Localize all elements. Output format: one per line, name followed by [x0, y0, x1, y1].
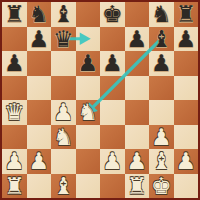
square-g4[interactable]: [149, 100, 174, 125]
piece-white-queen-a4[interactable]: ♛: [4, 100, 25, 125]
square-f2[interactable]: ♟: [125, 149, 150, 174]
square-h4[interactable]: [174, 100, 199, 125]
piece-black-rook-a8[interactable]: ♜: [4, 2, 25, 27]
square-h6[interactable]: [174, 51, 199, 76]
square-e6[interactable]: ♟: [100, 51, 125, 76]
square-e5[interactable]: [100, 76, 125, 101]
piece-white-bishop-g2[interactable]: ♝: [151, 149, 172, 174]
square-g7[interactable]: ♝: [149, 27, 174, 52]
square-h8[interactable]: ♜: [174, 2, 199, 27]
square-a1[interactable]: ♜: [2, 174, 27, 199]
square-c5[interactable]: [51, 76, 76, 101]
square-d6[interactable]: ♟: [76, 51, 101, 76]
square-f1[interactable]: ♜: [125, 174, 150, 199]
square-c3[interactable]: ♞: [51, 125, 76, 150]
square-b3[interactable]: [27, 125, 52, 150]
square-g3[interactable]: ♟: [149, 125, 174, 150]
square-c2[interactable]: [51, 149, 76, 174]
square-d4[interactable]: ♞: [76, 100, 101, 125]
square-d8[interactable]: [76, 2, 101, 27]
square-f4[interactable]: [125, 100, 150, 125]
piece-white-pawn-b2[interactable]: ♟: [28, 149, 49, 174]
square-d1[interactable]: [76, 174, 101, 199]
square-e8[interactable]: ♚: [100, 2, 125, 27]
piece-black-knight-b8[interactable]: ♞: [28, 2, 49, 27]
square-f5[interactable]: [125, 76, 150, 101]
square-a6[interactable]: ♟: [2, 51, 27, 76]
piece-white-pawn-f2[interactable]: ♟: [126, 149, 147, 174]
square-g6[interactable]: ♟: [149, 51, 174, 76]
square-a7[interactable]: [2, 27, 27, 52]
square-e7[interactable]: [100, 27, 125, 52]
square-g2[interactable]: ♝: [149, 149, 174, 174]
square-d7[interactable]: [76, 27, 101, 52]
square-b6[interactable]: [27, 51, 52, 76]
square-c1[interactable]: ♝: [51, 174, 76, 199]
square-e3[interactable]: [100, 125, 125, 150]
square-c7[interactable]: ♛: [51, 27, 76, 52]
square-h7[interactable]: ♟: [174, 27, 199, 52]
square-d3[interactable]: [76, 125, 101, 150]
square-h1[interactable]: [174, 174, 199, 199]
square-d5[interactable]: [76, 76, 101, 101]
square-e4[interactable]: [100, 100, 125, 125]
square-b1[interactable]: [27, 174, 52, 199]
square-a3[interactable]: [2, 125, 27, 150]
piece-black-pawn-a6[interactable]: ♟: [4, 51, 25, 76]
square-g8[interactable]: ♞: [149, 2, 174, 27]
square-c6[interactable]: [51, 51, 76, 76]
piece-black-knight-g8[interactable]: ♞: [151, 2, 172, 27]
piece-white-rook-f1[interactable]: ♜: [126, 174, 147, 199]
square-b4[interactable]: [27, 100, 52, 125]
square-e1[interactable]: [100, 174, 125, 199]
square-a8[interactable]: ♜: [2, 2, 27, 27]
piece-white-pawn-e2[interactable]: ♟: [102, 149, 123, 174]
piece-black-bishop-g7[interactable]: ♝: [151, 27, 172, 52]
square-h3[interactable]: [174, 125, 199, 150]
piece-white-knight-d4[interactable]: ♞: [77, 100, 98, 125]
piece-black-pawn-f7[interactable]: ♟: [126, 27, 147, 52]
piece-white-knight-c3[interactable]: ♞: [53, 125, 74, 150]
piece-black-pawn-d6[interactable]: ♟: [77, 51, 98, 76]
piece-black-pawn-b7[interactable]: ♟: [28, 27, 49, 52]
chess-board: ♜♞♝♚♞♜♟♛♟♝♟♟♟♟♟♛♟♞♞♟♟♟♟♟♝♟♜♝♜♚: [0, 0, 200, 200]
piece-black-pawn-g6[interactable]: ♟: [151, 51, 172, 76]
square-b7[interactable]: ♟: [27, 27, 52, 52]
square-a2[interactable]: ♟: [2, 149, 27, 174]
square-d2[interactable]: [76, 149, 101, 174]
piece-white-pawn-a2[interactable]: ♟: [4, 149, 25, 174]
square-b5[interactable]: [27, 76, 52, 101]
square-c8[interactable]: ♝: [51, 2, 76, 27]
piece-black-bishop-c8[interactable]: ♝: [53, 2, 74, 27]
square-h5[interactable]: [174, 76, 199, 101]
piece-white-pawn-g3[interactable]: ♟: [151, 125, 172, 150]
piece-white-pawn-h2[interactable]: ♟: [175, 149, 196, 174]
square-c4[interactable]: ♟: [51, 100, 76, 125]
square-f8[interactable]: [125, 2, 150, 27]
piece-black-king-e8[interactable]: ♚: [102, 2, 123, 27]
piece-white-pawn-c4[interactable]: ♟: [53, 100, 74, 125]
piece-black-pawn-e6[interactable]: ♟: [102, 51, 123, 76]
square-f6[interactable]: [125, 51, 150, 76]
piece-black-pawn-h7[interactable]: ♟: [175, 27, 196, 52]
square-a5[interactable]: [2, 76, 27, 101]
piece-white-rook-a1[interactable]: ♜: [4, 174, 25, 199]
square-b8[interactable]: ♞: [27, 2, 52, 27]
square-b2[interactable]: ♟: [27, 149, 52, 174]
square-g1[interactable]: ♚: [149, 174, 174, 199]
square-e2[interactable]: ♟: [100, 149, 125, 174]
piece-black-queen-c7[interactable]: ♛: [53, 27, 74, 52]
square-a4[interactable]: ♛: [2, 100, 27, 125]
square-f7[interactable]: ♟: [125, 27, 150, 52]
piece-black-rook-h8[interactable]: ♜: [175, 2, 196, 27]
square-h2[interactable]: ♟: [174, 149, 199, 174]
square-g5[interactable]: [149, 76, 174, 101]
piece-white-bishop-c1[interactable]: ♝: [53, 174, 74, 199]
piece-white-king-g1[interactable]: ♚: [151, 174, 172, 199]
square-f3[interactable]: [125, 125, 150, 150]
board-squares: ♜♞♝♚♞♜♟♛♟♝♟♟♟♟♟♛♟♞♞♟♟♟♟♟♝♟♜♝♜♚: [2, 2, 198, 198]
